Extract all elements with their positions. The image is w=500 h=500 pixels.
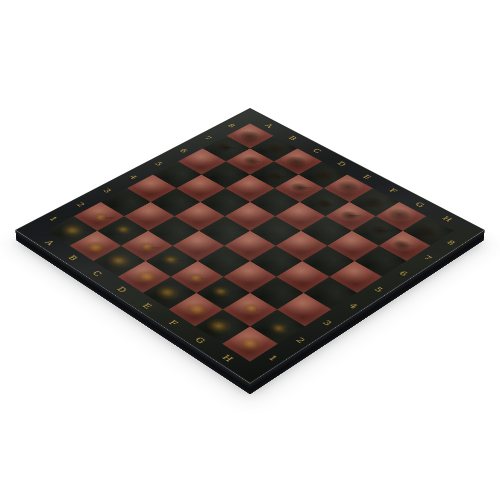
- photo-background: ABCDEFGH ABCDEFGH 87654321 87654321 ♜♞♝♛…: [0, 0, 500, 500]
- piece-glyph: ♟: [356, 213, 447, 247]
- board-top-face: ABCDEFGH ABCDEFGH 87654321 87654321 ♜♞♝♛…: [15, 108, 485, 383]
- piece-glyph: ♖: [201, 299, 300, 346]
- pieces-layer: ♜♞♝♛♚♝♞♜♟♟♟♟♟♟♟♟♙♙♙♙♙♙♙♙♖♘♗♕♔♗♘♖: [17, 109, 484, 383]
- chess-board: ABCDEFGH ABCDEFGH 87654321 87654321 ♜♞♝♛…: [15, 108, 485, 383]
